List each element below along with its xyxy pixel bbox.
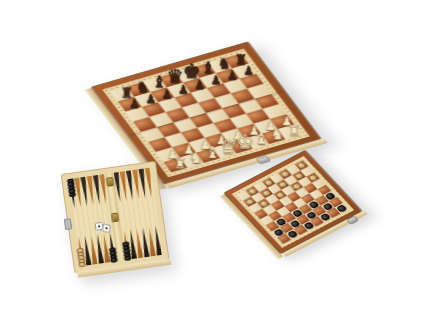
right-bottom-points	[121, 224, 163, 260]
chess-piece-black-pawn: ♟	[243, 65, 254, 77]
checkers-grid	[237, 160, 348, 244]
chess-piece-black-pawn: ♟	[129, 98, 140, 110]
backgammon-case	[62, 162, 169, 272]
checkers-border-inlay	[232, 156, 355, 248]
chess-piece-white-rook: ♜	[173, 157, 186, 171]
chess-piece-white-rook: ♜	[288, 124, 301, 138]
backgammon-board	[62, 162, 169, 272]
die-icon	[102, 224, 111, 233]
right-top-points	[113, 168, 155, 204]
backgammon-checker-light	[79, 262, 87, 267]
chess-piece-white-knight: ♞	[189, 151, 202, 166]
chess-piece-black-pawn: ♟	[210, 74, 221, 86]
checker-piece-black	[336, 204, 347, 212]
product-photo-scene: ♜♞♝♛♚♝♞♜♟♟♟♟♟♟♟♟♟♟♟♟♟♟♟♟♜♞♝♛♚♝♞♜	[0, 0, 423, 318]
chess-piece-black-pawn: ♟	[178, 84, 189, 96]
chess-piece-white-bishop: ♝	[205, 145, 219, 161]
hinge-icon	[111, 213, 119, 223]
chess-piece-white-bishop: ♝	[254, 131, 268, 147]
left-bottom-points	[75, 230, 117, 266]
hinge-icon	[106, 177, 114, 187]
clasp-icon	[256, 156, 271, 165]
chess-piece-white-knight: ♞	[271, 127, 284, 142]
chess-piece-black-pawn: ♟	[227, 70, 238, 82]
chess-piece-black-pawn: ♟	[194, 79, 205, 91]
chess-piece-black-pawn: ♟	[145, 93, 156, 105]
chess-piece-white-queen: ♛	[220, 137, 237, 156]
latch-icon	[64, 218, 72, 230]
chess-piece-black-pawn: ♟	[161, 88, 172, 100]
chess-piece-white-king: ♚	[236, 132, 254, 152]
backgammon-checker-black	[110, 257, 118, 262]
left-top-points	[67, 174, 109, 210]
backgammon-checker-black	[124, 255, 132, 260]
